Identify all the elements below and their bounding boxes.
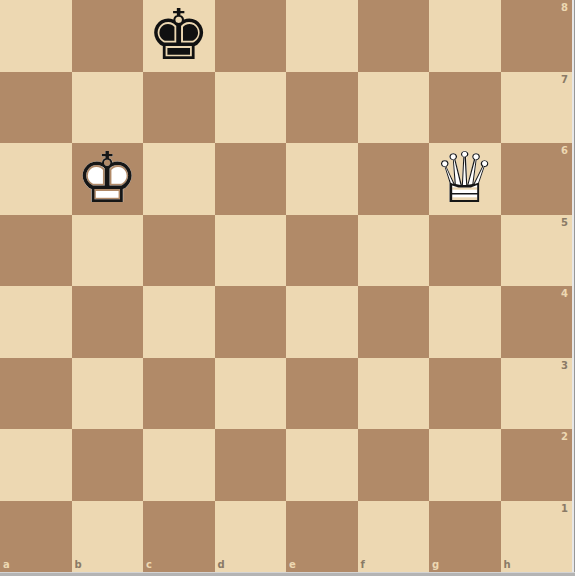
square-c7[interactable]	[143, 72, 215, 144]
square-b1[interactable]	[72, 501, 144, 573]
square-a5[interactable]	[0, 215, 72, 287]
square-h7[interactable]	[501, 72, 573, 144]
square-h6[interactable]	[501, 143, 573, 215]
square-b3[interactable]	[72, 358, 144, 430]
square-h1[interactable]	[501, 501, 573, 573]
square-a1[interactable]	[0, 501, 72, 573]
square-f1[interactable]	[358, 501, 430, 573]
white-queen-outline-glyph: ♕	[433, 143, 496, 215]
square-g6[interactable]: ♛♕	[429, 143, 501, 215]
square-b5[interactable]	[72, 215, 144, 287]
square-b2[interactable]	[72, 429, 144, 501]
square-e6[interactable]	[286, 143, 358, 215]
square-d6[interactable]	[215, 143, 287, 215]
square-e7[interactable]	[286, 72, 358, 144]
square-h5[interactable]	[501, 215, 573, 287]
square-e5[interactable]	[286, 215, 358, 287]
chess-board: ♚♚♔♛♕	[0, 0, 572, 572]
square-d5[interactable]	[215, 215, 287, 287]
square-a4[interactable]	[0, 286, 72, 358]
square-h4[interactable]	[501, 286, 573, 358]
square-f2[interactable]	[358, 429, 430, 501]
square-b4[interactable]	[72, 286, 144, 358]
square-a6[interactable]	[0, 143, 72, 215]
square-h3[interactable]	[501, 358, 573, 430]
square-e8[interactable]	[286, 0, 358, 72]
square-a2[interactable]	[0, 429, 72, 501]
square-g4[interactable]	[429, 286, 501, 358]
square-a3[interactable]	[0, 358, 72, 430]
bottom-window-edge	[0, 572, 575, 576]
square-b8[interactable]	[72, 0, 144, 72]
black-king-glyph: ♚	[147, 0, 210, 72]
square-e4[interactable]	[286, 286, 358, 358]
square-c1[interactable]	[143, 501, 215, 573]
square-b6[interactable]: ♚♔	[72, 143, 144, 215]
square-f6[interactable]	[358, 143, 430, 215]
square-e2[interactable]	[286, 429, 358, 501]
square-g3[interactable]	[429, 358, 501, 430]
square-e1[interactable]	[286, 501, 358, 573]
chess-app-window: ♚♚♔♛♕ 87654321abcdefgh	[0, 0, 575, 576]
square-c2[interactable]	[143, 429, 215, 501]
square-g5[interactable]	[429, 215, 501, 287]
square-g7[interactable]	[429, 72, 501, 144]
square-d3[interactable]	[215, 358, 287, 430]
square-c5[interactable]	[143, 215, 215, 287]
white-queen[interactable]: ♛♕	[429, 143, 501, 215]
square-d2[interactable]	[215, 429, 287, 501]
square-d7[interactable]	[215, 72, 287, 144]
square-f5[interactable]	[358, 215, 430, 287]
square-g8[interactable]	[429, 0, 501, 72]
square-g1[interactable]	[429, 501, 501, 573]
white-king-outline-glyph: ♔	[76, 143, 139, 215]
square-c8[interactable]: ♚	[143, 0, 215, 72]
square-c3[interactable]	[143, 358, 215, 430]
square-b7[interactable]	[72, 72, 144, 144]
square-a7[interactable]	[0, 72, 72, 144]
square-a8[interactable]	[0, 0, 72, 72]
square-f7[interactable]	[358, 72, 430, 144]
square-h8[interactable]	[501, 0, 573, 72]
square-d8[interactable]	[215, 0, 287, 72]
square-c4[interactable]	[143, 286, 215, 358]
square-f8[interactable]	[358, 0, 430, 72]
square-d1[interactable]	[215, 501, 287, 573]
square-e3[interactable]	[286, 358, 358, 430]
square-f4[interactable]	[358, 286, 430, 358]
square-g2[interactable]	[429, 429, 501, 501]
white-king[interactable]: ♚♔	[72, 143, 144, 215]
square-c6[interactable]	[143, 143, 215, 215]
square-f3[interactable]	[358, 358, 430, 430]
square-d4[interactable]	[215, 286, 287, 358]
black-king[interactable]: ♚	[143, 0, 215, 72]
square-h2[interactable]	[501, 429, 573, 501]
